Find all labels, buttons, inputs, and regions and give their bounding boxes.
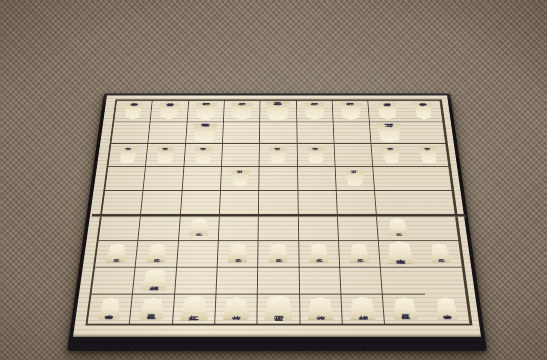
board-cell-r4c3[interactable] — [182, 167, 222, 191]
board-cell-r9c5[interactable]: 玉将 — [257, 295, 300, 324]
gote-pawn-piece[interactable]: 歩兵 — [193, 147, 212, 163]
board-cell-r8c8[interactable] — [381, 267, 425, 295]
board-cell-r6c8[interactable]: 歩兵 — [377, 215, 419, 241]
board-cell-r3c6[interactable]: 歩兵 — [297, 144, 335, 167]
board-cell-r2c3[interactable]: 飛車 — [185, 122, 223, 144]
board-cell-r4c2[interactable] — [143, 167, 183, 191]
gote-gold-piece[interactable]: 金将 — [303, 103, 326, 120]
board-cell-r9c6[interactable]: 金将 — [299, 295, 342, 324]
sente-pawn-piece[interactable]: 歩兵 — [227, 244, 247, 262]
board-cell-r9c8[interactable]: 桂馬 — [383, 295, 428, 324]
sente-pawn-piece[interactable]: 歩兵 — [348, 244, 369, 262]
gote-silver-piece[interactable]: 銀将 — [193, 103, 217, 120]
board-cell-r8c2[interactable]: 銀将 — [133, 267, 177, 295]
board-cell-r5c1[interactable] — [101, 191, 143, 216]
gote-pawn-piece[interactable]: 歩兵 — [345, 170, 365, 186]
gote-silver-piece[interactable]: 銀将 — [339, 103, 363, 120]
board-cell-r7c2[interactable]: 歩兵 — [135, 241, 178, 268]
board-cell-r1c5[interactable]: 王将 — [260, 101, 297, 122]
board-cell-r3c9[interactable]: 歩兵 — [408, 144, 448, 167]
board-cell-r1c4[interactable]: 金将 — [223, 101, 260, 122]
sente-king-piece[interactable]: 玉将 — [263, 296, 292, 321]
sente-pawn-piece[interactable]: 歩兵 — [268, 244, 288, 262]
sente-pawn-piece[interactable]: 歩兵 — [387, 218, 408, 236]
board-cell-r3c4[interactable] — [221, 144, 259, 167]
gote-knight-piece[interactable]: 桂馬 — [158, 103, 180, 119]
board-cell-r5c7[interactable] — [336, 191, 376, 216]
board-cell-r4c8[interactable] — [373, 167, 413, 191]
board-cell-r4c7[interactable]: 歩兵 — [335, 167, 375, 191]
board-cell-r4c6[interactable] — [297, 167, 336, 191]
board-fold-seam — [91, 214, 465, 216]
board-cell-r9c4[interactable]: 金将 — [215, 295, 258, 324]
board-cell-r3c3[interactable]: 歩兵 — [184, 144, 223, 167]
board-cell-r1c1[interactable]: 香車 — [114, 101, 153, 122]
board-cell-r9c9[interactable]: 香車 — [424, 295, 470, 324]
board-cell-r5c3[interactable] — [180, 191, 220, 216]
board-cell-r8c4[interactable] — [216, 267, 258, 295]
board-rim: 香車桂馬銀将金将王将金将銀将桂馬香車飛車角行歩兵歩兵歩兵歩兵歩兵歩兵歩兵歩兵歩兵… — [67, 94, 487, 351]
board-cell-r9c1[interactable]: 香車 — [87, 295, 132, 324]
sente-silver-piece[interactable]: 銀将 — [140, 269, 168, 291]
board-cell-r3c1[interactable]: 歩兵 — [108, 144, 148, 167]
board-cell-r8c3[interactable] — [174, 267, 217, 295]
sente-pawn-piece[interactable]: 歩兵 — [146, 244, 167, 262]
board-cell-r8c1[interactable] — [91, 267, 135, 295]
sente-pawn-piece[interactable]: 歩兵 — [105, 244, 127, 262]
gote-lance-piece[interactable]: 香車 — [123, 103, 143, 119]
board-cell-r7c7[interactable]: 歩兵 — [338, 241, 380, 268]
board-cell-r6c5[interactable] — [258, 215, 298, 241]
board-cell-r3c2[interactable]: 歩兵 — [146, 144, 186, 167]
board-cell-r6c2[interactable] — [138, 215, 180, 241]
board-cell-r5c9[interactable] — [413, 191, 455, 216]
board-cell-r2c2[interactable] — [148, 122, 187, 144]
board-cell-r3c5[interactable]: 歩兵 — [259, 144, 297, 167]
sente-gold-piece[interactable]: 金将 — [307, 297, 334, 320]
board-grid: 香車桂馬銀将金将王将金将銀将桂馬香車飛車角行歩兵歩兵歩兵歩兵歩兵歩兵歩兵歩兵歩兵… — [85, 99, 472, 325]
board-cell-r5c4[interactable] — [219, 191, 259, 216]
sente-knight-piece[interactable]: 桂馬 — [139, 297, 165, 319]
shogi-board: 香車桂馬銀将金将王将金将銀将桂馬香車飛車角行歩兵歩兵歩兵歩兵歩兵歩兵歩兵歩兵歩兵… — [67, 94, 487, 351]
gote-king-piece[interactable]: 王将 — [265, 102, 290, 121]
gote-gold-piece[interactable]: 金将 — [230, 103, 253, 120]
sente-rook-piece[interactable]: 飛車 — [385, 241, 414, 264]
board-cell-r5c5[interactable] — [259, 191, 298, 216]
board-cell-r2c1[interactable] — [111, 122, 150, 144]
board-cell-r6c3[interactable]: 歩兵 — [178, 215, 219, 241]
board-cell-r5c6[interactable] — [298, 191, 338, 216]
gote-knight-piece[interactable]: 桂馬 — [376, 103, 398, 119]
gote-pawn-piece[interactable]: 歩兵 — [230, 170, 249, 186]
board-cell-r7c5[interactable]: 歩兵 — [258, 241, 299, 268]
board-cell-r7c8[interactable]: 飛車 — [379, 241, 422, 268]
gote-pawn-piece[interactable]: 歩兵 — [269, 147, 287, 163]
board-cell-r5c8[interactable] — [375, 191, 416, 216]
sente-lance-piece[interactable]: 香車 — [434, 297, 458, 319]
board-cell-r7c3[interactable] — [176, 241, 218, 268]
sente-pawn-piece[interactable]: 歩兵 — [429, 244, 451, 262]
board-cell-r1c6[interactable]: 金将 — [296, 101, 333, 122]
board-cell-r6c6[interactable] — [298, 215, 338, 241]
gote-pawn-piece[interactable]: 歩兵 — [155, 147, 175, 163]
board-cell-r1c8[interactable]: 桂馬 — [368, 101, 406, 122]
board-cell-r8c9[interactable] — [421, 267, 466, 295]
board-cell-r4c9[interactable] — [411, 167, 452, 191]
board-cell-r9c3[interactable]: 角行 — [172, 295, 216, 324]
board-cell-r8c6[interactable] — [299, 267, 341, 295]
board-cell-r3c7[interactable] — [334, 144, 373, 167]
board-cell-r8c7[interactable] — [340, 267, 383, 295]
board-cell-r7c4[interactable]: 歩兵 — [217, 241, 258, 268]
sente-knight-piece[interactable]: 桂馬 — [392, 297, 418, 319]
board-cell-r4c1[interactable] — [105, 167, 146, 191]
board-cell-r2c8[interactable]: 角行 — [370, 122, 409, 144]
gote-pawn-piece[interactable]: 歩兵 — [118, 147, 138, 163]
board-cell-r1c3[interactable]: 銀将 — [187, 101, 224, 122]
sente-silver-piece[interactable]: 銀将 — [348, 297, 376, 320]
sente-lance-piece[interactable]: 香車 — [98, 297, 122, 319]
board-cell-r5c2[interactable] — [141, 191, 182, 216]
board-cell-r2c5[interactable] — [260, 122, 297, 144]
board-cell-r6c9[interactable] — [416, 215, 459, 241]
board-cell-r4c5[interactable] — [259, 167, 298, 191]
gote-lance-piece[interactable]: 香車 — [413, 103, 433, 119]
board-surface: 香車桂馬銀将金将王将金将銀将桂馬香車飛車角行歩兵歩兵歩兵歩兵歩兵歩兵歩兵歩兵歩兵… — [73, 95, 481, 336]
photo-scene: 香車桂馬銀将金将王将金将銀将桂馬香車飛車角行歩兵歩兵歩兵歩兵歩兵歩兵歩兵歩兵歩兵… — [0, 0, 547, 360]
board-cell-r7c9[interactable]: 歩兵 — [419, 241, 463, 268]
board-cell-r3c8[interactable]: 歩兵 — [371, 144, 411, 167]
board-cell-r4c4[interactable]: 歩兵 — [220, 167, 259, 191]
sente-gold-piece[interactable]: 金将 — [222, 297, 249, 320]
board-cell-r6c1[interactable] — [98, 215, 141, 241]
board-cell-r2c6[interactable] — [296, 122, 334, 144]
board-cell-r6c4[interactable] — [218, 215, 258, 241]
gote-pawn-piece[interactable]: 歩兵 — [381, 147, 401, 163]
board-cell-r7c1[interactable]: 歩兵 — [95, 241, 139, 268]
gote-pawn-piece[interactable]: 歩兵 — [418, 147, 438, 163]
board-cell-r1c9[interactable]: 香車 — [404, 101, 443, 122]
board-cell-r7c6[interactable]: 歩兵 — [298, 241, 339, 268]
gote-pawn-piece[interactable]: 歩兵 — [306, 147, 325, 163]
board-cell-r2c7[interactable] — [333, 122, 371, 144]
board-cell-r9c2[interactable]: 桂馬 — [130, 295, 175, 324]
board-cell-r9c7[interactable]: 銀将 — [341, 295, 385, 324]
sente-pawn-piece[interactable]: 歩兵 — [308, 244, 328, 262]
sente-pawn-piece[interactable]: 歩兵 — [188, 218, 208, 236]
board-cell-r6c7[interactable] — [337, 215, 378, 241]
board-cell-r8c5[interactable] — [258, 267, 300, 295]
board-cell-r1c2[interactable]: 桂馬 — [150, 101, 188, 122]
board-cell-r2c9[interactable] — [406, 122, 446, 144]
board-cell-r1c7[interactable]: 銀将 — [332, 101, 370, 122]
gote-rook-piece[interactable]: 飛車 — [191, 124, 217, 143]
board-cell-r2c4[interactable] — [222, 122, 260, 144]
sente-bishop-piece[interactable]: 角行 — [179, 296, 209, 320]
gote-bishop-piece[interactable]: 角行 — [376, 124, 402, 143]
